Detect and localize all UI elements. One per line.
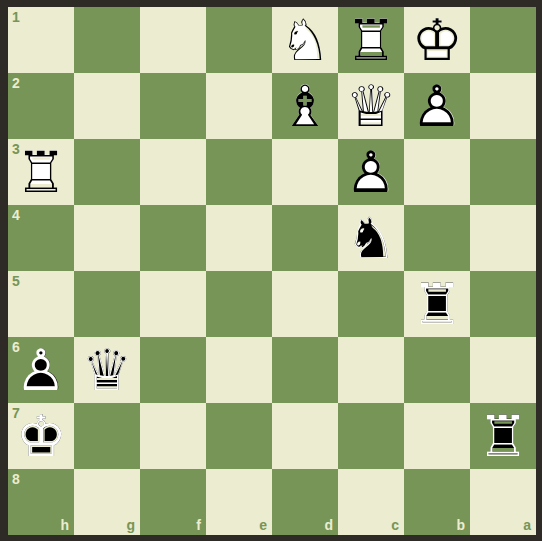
square-h8[interactable]: 8h <box>8 469 74 535</box>
square-d3[interactable] <box>272 139 338 205</box>
piece-white-queen[interactable]: ♛♕ <box>338 73 404 139</box>
square-d7[interactable] <box>272 403 338 469</box>
square-e5[interactable] <box>206 271 272 337</box>
square-b4[interactable] <box>404 205 470 271</box>
square-a5[interactable] <box>470 271 536 337</box>
square-h6[interactable]: 6♟♙ <box>8 337 74 403</box>
white-rook-glyph-fill: ♜ <box>338 7 404 73</box>
black-rook-glyph-outline: ♖ <box>470 403 536 469</box>
black-rook-glyph-fill: ♜ <box>470 403 536 469</box>
white-pawn-glyph-fill: ♟ <box>404 73 470 139</box>
square-d5[interactable] <box>272 271 338 337</box>
white-king-glyph-fill: ♚ <box>404 7 470 73</box>
square-h7[interactable]: 7♚♔ <box>8 403 74 469</box>
black-king-glyph-outline: ♔ <box>8 403 74 469</box>
file-label-f: f <box>196 518 201 532</box>
piece-white-knight[interactable]: ♞♘ <box>272 7 338 73</box>
square-b7[interactable] <box>404 403 470 469</box>
square-e2[interactable] <box>206 73 272 139</box>
square-c7[interactable] <box>338 403 404 469</box>
square-e3[interactable] <box>206 139 272 205</box>
black-knight-glyph-fill: ♞ <box>338 205 404 271</box>
black-queen-glyph-fill: ♛ <box>74 337 140 403</box>
white-king-glyph-outline: ♔ <box>404 7 470 73</box>
chess-board: 1♞♘♜♖♚♔2♝♗♛♕♟♙3♜♖♟♙4♞♘5♜♖6♟♙♛♕7♚♔♜♖8hgfe… <box>8 7 536 535</box>
square-b6[interactable] <box>404 337 470 403</box>
piece-black-pawn[interactable]: ♟♙ <box>8 337 74 403</box>
square-g1[interactable] <box>74 7 140 73</box>
board-frame: 1♞♘♜♖♚♔2♝♗♛♕♟♙3♜♖♟♙4♞♘5♜♖6♟♙♛♕7♚♔♜♖8hgfe… <box>0 0 542 541</box>
square-f5[interactable] <box>140 271 206 337</box>
piece-white-rook[interactable]: ♜♖ <box>338 7 404 73</box>
file-label-g: g <box>126 518 135 532</box>
square-b2[interactable]: ♟♙ <box>404 73 470 139</box>
square-d8[interactable]: d <box>272 469 338 535</box>
square-b5[interactable]: ♜♖ <box>404 271 470 337</box>
square-b1[interactable]: ♚♔ <box>404 7 470 73</box>
piece-black-rook[interactable]: ♜♖ <box>404 271 470 337</box>
white-queen-glyph-outline: ♕ <box>338 73 404 139</box>
square-a2[interactable] <box>470 73 536 139</box>
square-h1[interactable]: 1 <box>8 7 74 73</box>
white-knight-glyph-fill: ♞ <box>272 7 338 73</box>
file-label-e: e <box>259 518 267 532</box>
square-d2[interactable]: ♝♗ <box>272 73 338 139</box>
white-rook-glyph-outline: ♖ <box>8 139 74 205</box>
square-g3[interactable] <box>74 139 140 205</box>
square-a7[interactable]: ♜♖ <box>470 403 536 469</box>
rank-label-1: 1 <box>12 10 20 24</box>
piece-white-bishop[interactable]: ♝♗ <box>272 73 338 139</box>
square-d6[interactable] <box>272 337 338 403</box>
white-rook-glyph-outline: ♖ <box>338 7 404 73</box>
rank-label-8: 8 <box>12 472 20 486</box>
piece-black-rook[interactable]: ♜♖ <box>470 403 536 469</box>
square-c3[interactable]: ♟♙ <box>338 139 404 205</box>
square-h5[interactable]: 5 <box>8 271 74 337</box>
white-pawn-glyph-fill: ♟ <box>338 139 404 205</box>
piece-white-king[interactable]: ♚♔ <box>404 7 470 73</box>
square-a4[interactable] <box>470 205 536 271</box>
black-rook-glyph-outline: ♖ <box>404 271 470 337</box>
square-b8[interactable]: b <box>404 469 470 535</box>
file-label-c: c <box>391 518 399 532</box>
file-label-b: b <box>456 518 465 532</box>
square-a1[interactable] <box>470 7 536 73</box>
square-e7[interactable] <box>206 403 272 469</box>
white-pawn-glyph-outline: ♙ <box>338 139 404 205</box>
square-e6[interactable] <box>206 337 272 403</box>
square-e1[interactable] <box>206 7 272 73</box>
piece-black-queen[interactable]: ♛♕ <box>74 337 140 403</box>
square-a8[interactable]: a <box>470 469 536 535</box>
square-d4[interactable] <box>272 205 338 271</box>
square-g8[interactable]: g <box>74 469 140 535</box>
piece-black-king[interactable]: ♚♔ <box>8 403 74 469</box>
piece-white-pawn[interactable]: ♟♙ <box>338 139 404 205</box>
black-knight-glyph-outline: ♘ <box>338 205 404 271</box>
white-pawn-glyph-outline: ♙ <box>404 73 470 139</box>
white-bishop-glyph-outline: ♗ <box>272 73 338 139</box>
square-c1[interactable]: ♜♖ <box>338 7 404 73</box>
square-f6[interactable] <box>140 337 206 403</box>
white-bishop-glyph-fill: ♝ <box>272 73 338 139</box>
square-h2[interactable]: 2 <box>8 73 74 139</box>
square-e4[interactable] <box>206 205 272 271</box>
square-h3[interactable]: 3♜♖ <box>8 139 74 205</box>
square-c2[interactable]: ♛♕ <box>338 73 404 139</box>
rank-label-5: 5 <box>12 274 20 288</box>
square-f1[interactable] <box>140 7 206 73</box>
black-rook-glyph-fill: ♜ <box>404 271 470 337</box>
square-c4[interactable]: ♞♘ <box>338 205 404 271</box>
square-b3[interactable] <box>404 139 470 205</box>
white-queen-glyph-fill: ♛ <box>338 73 404 139</box>
file-label-a: a <box>523 518 531 532</box>
white-rook-glyph-fill: ♜ <box>8 139 74 205</box>
piece-white-rook[interactable]: ♜♖ <box>8 139 74 205</box>
square-a3[interactable] <box>470 139 536 205</box>
square-h4[interactable]: 4 <box>8 205 74 271</box>
square-g7[interactable] <box>74 403 140 469</box>
rank-label-4: 4 <box>12 208 20 222</box>
black-king-glyph-fill: ♚ <box>8 403 74 469</box>
square-f7[interactable] <box>140 403 206 469</box>
file-label-d: d <box>324 518 333 532</box>
black-pawn-glyph-outline: ♙ <box>8 337 74 403</box>
square-c5[interactable] <box>338 271 404 337</box>
square-c8[interactable]: c <box>338 469 404 535</box>
square-f8[interactable]: f <box>140 469 206 535</box>
square-c6[interactable] <box>338 337 404 403</box>
rank-label-2: 2 <box>12 76 20 90</box>
square-a6[interactable] <box>470 337 536 403</box>
piece-white-pawn[interactable]: ♟♙ <box>404 73 470 139</box>
square-g2[interactable] <box>74 73 140 139</box>
square-f2[interactable] <box>140 73 206 139</box>
black-pawn-glyph-fill: ♟ <box>8 337 74 403</box>
white-knight-glyph-outline: ♘ <box>272 7 338 73</box>
square-g5[interactable] <box>74 271 140 337</box>
square-e8[interactable]: e <box>206 469 272 535</box>
square-d1[interactable]: ♞♘ <box>272 7 338 73</box>
file-label-h: h <box>60 518 69 532</box>
black-queen-glyph-outline: ♕ <box>74 337 140 403</box>
square-f3[interactable] <box>140 139 206 205</box>
square-f4[interactable] <box>140 205 206 271</box>
square-g6[interactable]: ♛♕ <box>74 337 140 403</box>
square-g4[interactable] <box>74 205 140 271</box>
piece-black-knight[interactable]: ♞♘ <box>338 205 404 271</box>
